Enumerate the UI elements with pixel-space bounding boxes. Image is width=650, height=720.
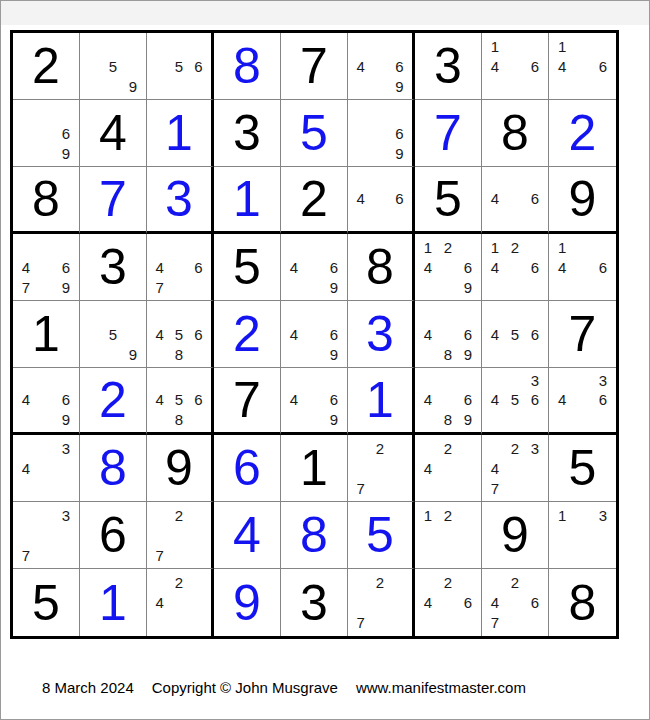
cell-r4c2[interactable]: 3: [80, 234, 147, 301]
candidate-digit: 7: [16, 277, 36, 297]
cell-r3c8[interactable]: 46: [482, 167, 549, 234]
candidates: 24: [147, 569, 211, 636]
cell-r9c8[interactable]: 2467: [482, 569, 549, 636]
candidate-digit: 2: [370, 438, 389, 458]
cell-r6c5[interactable]: 469: [281, 368, 348, 435]
given-digit: 3: [281, 569, 347, 636]
solved-digit: 8: [80, 435, 146, 501]
given-digit: 3: [415, 33, 481, 99]
cell-r7c4[interactable]: 6: [214, 435, 281, 502]
solved-digit: 1: [147, 100, 211, 166]
candidate-digit: 6: [324, 390, 344, 409]
given-digit: 5: [549, 435, 616, 501]
given-digit: 1: [281, 435, 347, 501]
solved-digit: 2: [80, 368, 146, 432]
cell-r1c1[interactable]: 2: [13, 33, 80, 100]
footer-website: www.manifestmaster.com: [356, 679, 526, 696]
candidates: 4568: [147, 368, 211, 432]
solved-digit: 7: [415, 100, 481, 166]
candidate-digit: 3: [593, 371, 613, 390]
candidates: 27: [348, 435, 412, 501]
cell-r8c5[interactable]: 8: [281, 502, 348, 569]
cell-r5c7[interactable]: 4689: [415, 301, 482, 368]
candidates: 469: [281, 301, 347, 367]
candidates: 24: [415, 435, 481, 501]
candidate-digit: 5: [103, 324, 123, 344]
candidates: 2467: [482, 569, 548, 636]
candidate-digit: 5: [169, 390, 188, 409]
candidate-digit: 7: [485, 613, 505, 633]
candidate-digit: 6: [324, 324, 344, 344]
candidate-digit: 2: [438, 438, 458, 458]
candidate-digit: 4: [485, 592, 505, 612]
solved-digit: 5: [281, 100, 347, 166]
candidate-digit: 1: [552, 36, 572, 56]
candidate-digit: 6: [189, 56, 208, 76]
candidate-digit: 5: [505, 324, 525, 344]
cell-r7c1[interactable]: 34: [13, 435, 80, 502]
given-digit: 9: [482, 502, 548, 568]
cell-r1c7[interactable]: 3: [415, 33, 482, 100]
cell-r6c2[interactable]: 2: [80, 368, 147, 435]
given-digit: 7: [214, 368, 280, 432]
candidate-digit: 8: [169, 344, 188, 364]
given-digit: 9: [147, 435, 211, 501]
cell-r5c9[interactable]: 7: [549, 301, 616, 368]
candidate-digit: 2: [169, 505, 188, 525]
candidates: 27: [147, 502, 211, 568]
candidate-digit: 1: [485, 237, 505, 257]
candidates: 346: [549, 368, 616, 432]
cell-r7c7[interactable]: 24: [415, 435, 482, 502]
candidate-digit: 4: [150, 592, 169, 612]
candidate-digit: 8: [438, 410, 458, 429]
candidate-digit: 4: [418, 592, 438, 612]
candidate-digit: 4: [485, 189, 505, 208]
candidate-digit: 2: [438, 237, 458, 257]
cell-r8c2[interactable]: 6: [80, 502, 147, 569]
candidate-digit: 4: [552, 56, 572, 76]
cell-r3c1[interactable]: 8: [13, 167, 80, 234]
candidate-digit: 5: [505, 390, 525, 409]
candidate-digit: 7: [351, 613, 370, 633]
cell-r3c3[interactable]: 3: [147, 167, 214, 234]
cell-r7c3[interactable]: 9: [147, 435, 214, 502]
candidate-digit: 6: [458, 324, 478, 344]
candidate-digit: 4: [351, 189, 370, 208]
candidate-digit: 4: [16, 390, 36, 409]
cell-r5c3[interactable]: 4568: [147, 301, 214, 368]
solved-digit: 3: [348, 301, 412, 367]
cell-r3c2[interactable]: 7: [80, 167, 147, 234]
cell-r4c9[interactable]: 146: [549, 234, 616, 301]
candidates: 59: [80, 33, 146, 99]
candidate-digit: 9: [458, 344, 478, 364]
cell-r4c8[interactable]: 1246: [482, 234, 549, 301]
candidate-digit: 8: [438, 344, 458, 364]
candidate-digit: 6: [390, 56, 409, 76]
solved-digit: 1: [348, 368, 412, 432]
candidates: 4689: [415, 368, 481, 432]
candidate-digit: 6: [56, 123, 76, 143]
candidate-digit: 6: [525, 324, 545, 344]
candidate-digit: 4: [284, 257, 304, 277]
cell-r5c2[interactable]: 59: [80, 301, 147, 368]
solved-digit: 1: [214, 167, 280, 231]
candidate-digit: 9: [390, 76, 409, 96]
cell-r1c8[interactable]: 146: [482, 33, 549, 100]
candidate-digit: 4: [284, 324, 304, 344]
candidates: 246: [415, 569, 481, 636]
candidate-digit: 7: [16, 545, 36, 565]
cell-r6c7[interactable]: 4689: [415, 368, 482, 435]
cell-r7c9[interactable]: 5: [549, 435, 616, 502]
candidate-digit: 1: [418, 505, 438, 525]
candidate-digit: 9: [56, 277, 76, 297]
candidate-digit: 6: [525, 257, 545, 277]
candidates: 12: [415, 502, 481, 568]
solved-digit: 9: [214, 569, 280, 636]
candidate-digit: 4: [418, 324, 438, 344]
cell-r3c6[interactable]: 46: [348, 167, 415, 234]
candidate-digit: 6: [525, 56, 545, 76]
given-digit: 4: [80, 100, 146, 166]
cell-r6c9[interactable]: 346: [549, 368, 616, 435]
cell-r6c1[interactable]: 469: [13, 368, 80, 435]
cell-r1c6[interactable]: 469: [348, 33, 415, 100]
footer-copyright: Copyright © John Musgrave: [152, 679, 338, 696]
candidate-digit: 6: [458, 390, 478, 409]
cell-r2c9[interactable]: 2: [549, 100, 616, 167]
candidates: 4679: [13, 234, 79, 300]
candidate-digit: 9: [390, 143, 409, 163]
candidate-digit: 4: [485, 458, 505, 478]
candidate-digit: 6: [390, 189, 409, 208]
cell-r6c6[interactable]: 1: [348, 368, 415, 435]
candidates: 27: [348, 569, 412, 636]
candidate-digit: 2: [505, 572, 525, 592]
candidate-digit: 1: [552, 505, 572, 525]
cell-r4c5[interactable]: 469: [281, 234, 348, 301]
cell-r2c7[interactable]: 7: [415, 100, 482, 167]
candidate-digit: 1: [552, 237, 572, 257]
cell-r1c3[interactable]: 56: [147, 33, 214, 100]
cell-r5c5[interactable]: 469: [281, 301, 348, 368]
candidate-digit: 6: [458, 592, 478, 612]
candidate-digit: 5: [169, 56, 188, 76]
candidate-digit: 1: [485, 36, 505, 56]
candidate-digit: 6: [593, 56, 613, 76]
cell-r3c9[interactable]: 9: [549, 167, 616, 234]
cell-r9c4[interactable]: 9: [214, 569, 281, 636]
candidates: 69: [13, 100, 79, 166]
given-digit: 1: [13, 301, 79, 367]
candidate-digit: 6: [390, 123, 409, 143]
candidates: 467: [147, 234, 211, 300]
candidate-digit: 1: [418, 237, 438, 257]
candidates: 56: [147, 33, 211, 99]
candidates: 34: [13, 435, 79, 501]
candidate-digit: 2: [505, 438, 525, 458]
cell-r3c5[interactable]: 2: [281, 167, 348, 234]
candidate-digit: 6: [189, 257, 208, 277]
cell-r1c2[interactable]: 59: [80, 33, 147, 100]
cell-r2c4[interactable]: 3: [214, 100, 281, 167]
cell-r9c2[interactable]: 1: [80, 569, 147, 636]
cell-r5c6[interactable]: 3: [348, 301, 415, 368]
candidate-digit: 9: [458, 410, 478, 429]
cell-r4c1[interactable]: 4679: [13, 234, 80, 301]
candidate-digit: 7: [150, 545, 169, 565]
cell-r9c6[interactable]: 27: [348, 569, 415, 636]
candidate-digit: 9: [458, 277, 478, 297]
candidate-digit: 7: [485, 478, 505, 498]
top-strip: [1, 1, 649, 25]
candidate-digit: 2: [169, 572, 188, 592]
candidate-digit: 4: [16, 458, 36, 478]
candidates: 46: [348, 167, 412, 231]
given-digit: 8: [482, 100, 548, 166]
solved-digit: 6: [214, 435, 280, 501]
cell-r1c5[interactable]: 7: [281, 33, 348, 100]
cell-r5c8[interactable]: 456: [482, 301, 549, 368]
cell-r2c6[interactable]: 69: [348, 100, 415, 167]
cell-r9c9[interactable]: 8: [549, 569, 616, 636]
cell-r4c7[interactable]: 12469: [415, 234, 482, 301]
cell-r8c9[interactable]: 13: [549, 502, 616, 569]
candidates: 469: [348, 33, 412, 99]
cell-r7c2[interactable]: 8: [80, 435, 147, 502]
candidate-digit: 4: [485, 56, 505, 76]
candidates: 146: [549, 33, 616, 99]
candidate-digit: 6: [189, 390, 208, 409]
cell-r6c8[interactable]: 3456: [482, 368, 549, 435]
candidate-digit: 9: [324, 344, 344, 364]
candidate-digit: 8: [169, 410, 188, 429]
cell-r4c3[interactable]: 467: [147, 234, 214, 301]
given-digit: 5: [13, 569, 79, 636]
candidates: 1246: [482, 234, 548, 300]
candidate-digit: 6: [189, 324, 208, 344]
cell-r7c5[interactable]: 1: [281, 435, 348, 502]
candidate-digit: 4: [418, 390, 438, 409]
candidate-digit: 2: [370, 572, 389, 592]
given-digit: 7: [549, 301, 616, 367]
cell-r8c8[interactable]: 9: [482, 502, 549, 569]
cell-r1c9[interactable]: 146: [549, 33, 616, 100]
solved-digit: 2: [214, 301, 280, 367]
cell-r9c5[interactable]: 3: [281, 569, 348, 636]
given-digit: 3: [214, 100, 280, 166]
cell-r1c4[interactable]: 8: [214, 33, 281, 100]
cell-r9c7[interactable]: 246: [415, 569, 482, 636]
given-digit: 2: [281, 167, 347, 231]
candidate-digit: 4: [552, 257, 572, 277]
cell-r4c6[interactable]: 8: [348, 234, 415, 301]
candidate-digit: 4: [418, 458, 438, 478]
solved-digit: 7: [80, 167, 146, 231]
candidate-digit: 9: [123, 76, 143, 96]
candidate-digit: 5: [103, 56, 123, 76]
candidate-digit: 3: [56, 505, 76, 525]
candidates: 146: [549, 234, 616, 300]
candidates: 12469: [415, 234, 481, 300]
candidate-digit: 9: [56, 410, 76, 429]
candidate-digit: 3: [525, 371, 545, 390]
candidate-digit: 2: [438, 505, 458, 525]
candidates: 59: [80, 301, 146, 367]
candidate-digit: 9: [56, 143, 76, 163]
candidate-digit: 6: [56, 390, 76, 409]
candidate-digit: 4: [485, 390, 505, 409]
candidates: 4689: [415, 301, 481, 367]
cell-r8c1[interactable]: 37: [13, 502, 80, 569]
solved-digit: 2: [549, 100, 616, 166]
footer: 8 March 2024 Copyright © John Musgrave w…: [42, 676, 640, 698]
candidates: 146: [482, 33, 548, 99]
cell-r2c5[interactable]: 5: [281, 100, 348, 167]
cell-r9c1[interactable]: 5: [13, 569, 80, 636]
cell-r8c7[interactable]: 12: [415, 502, 482, 569]
candidates: 469: [281, 368, 347, 432]
candidates: 3456: [482, 368, 548, 432]
solved-digit: 1: [80, 569, 146, 636]
cell-r2c3[interactable]: 1: [147, 100, 214, 167]
solved-digit: 4: [214, 502, 280, 568]
given-digit: 8: [549, 569, 616, 636]
candidate-digit: 4: [16, 257, 36, 277]
candidate-digit: 4: [485, 324, 505, 344]
candidate-digit: 4: [351, 56, 370, 76]
given-digit: 8: [348, 234, 412, 300]
candidate-digit: 6: [458, 257, 478, 277]
cell-r5c4[interactable]: 2: [214, 301, 281, 368]
candidates: 2347: [482, 435, 548, 501]
cell-r8c3[interactable]: 27: [147, 502, 214, 569]
candidate-digit: 4: [284, 390, 304, 409]
candidate-digit: 2: [505, 237, 525, 257]
candidates: 469: [281, 234, 347, 300]
candidates: 469: [13, 368, 79, 432]
candidate-digit: 7: [351, 478, 370, 498]
candidates: 13: [549, 502, 616, 568]
candidate-digit: 9: [324, 410, 344, 429]
given-digit: 6: [80, 502, 146, 568]
cell-r2c2[interactable]: 4: [80, 100, 147, 167]
candidate-digit: 6: [525, 189, 545, 208]
candidate-digit: 3: [593, 505, 613, 525]
candidate-digit: 4: [418, 257, 438, 277]
given-digit: 8: [13, 167, 79, 231]
candidate-digit: 9: [123, 344, 143, 364]
candidates: 69: [348, 100, 412, 166]
candidate-digit: 4: [150, 257, 169, 277]
cell-r9c3[interactable]: 24: [147, 569, 214, 636]
solved-digit: 8: [214, 33, 280, 99]
cell-r3c7[interactable]: 5: [415, 167, 482, 234]
cell-r8c4[interactable]: 4: [214, 502, 281, 569]
given-digit: 3: [80, 234, 146, 300]
candidate-digit: 3: [56, 438, 76, 458]
cell-r7c8[interactable]: 2347: [482, 435, 549, 502]
solved-digit: 3: [147, 167, 211, 231]
cell-r2c8[interactable]: 8: [482, 100, 549, 167]
candidates: 46: [482, 167, 548, 231]
candidate-digit: 5: [169, 324, 188, 344]
candidate-digit: 9: [324, 277, 344, 297]
candidates: 4568: [147, 301, 211, 367]
candidate-digit: 4: [150, 390, 169, 409]
solved-digit: 8: [281, 502, 347, 568]
candidate-digit: 6: [525, 390, 545, 409]
candidate-digit: 6: [324, 257, 344, 277]
candidate-digit: 6: [56, 257, 76, 277]
candidates: 37: [13, 502, 79, 568]
given-digit: 5: [415, 167, 481, 231]
sudoku-board: 2595687469314614669413569782873124654694…: [10, 30, 619, 639]
candidate-digit: 6: [593, 257, 613, 277]
footer-date: 8 March 2024: [42, 679, 134, 696]
candidate-digit: 6: [593, 390, 613, 409]
cell-r2c1[interactable]: 69: [13, 100, 80, 167]
cell-r8c6[interactable]: 5: [348, 502, 415, 569]
cell-r6c4[interactable]: 7: [214, 368, 281, 435]
cell-r7c6[interactable]: 27: [348, 435, 415, 502]
given-digit: 5: [214, 234, 280, 300]
cell-r3c4[interactable]: 1: [214, 167, 281, 234]
candidate-digit: 4: [552, 390, 572, 409]
candidate-digit: 4: [150, 324, 169, 344]
solved-digit: 5: [348, 502, 412, 568]
candidate-digit: 3: [525, 438, 545, 458]
given-digit: 2: [13, 33, 79, 99]
cell-r6c3[interactable]: 4568: [147, 368, 214, 435]
candidate-digit: 6: [525, 592, 545, 612]
given-digit: 9: [549, 167, 616, 231]
cell-r4c4[interactable]: 5: [214, 234, 281, 301]
candidates: 456: [482, 301, 548, 367]
candidate-digit: 2: [438, 572, 458, 592]
candidate-digit: 7: [150, 277, 169, 297]
cell-r5c1[interactable]: 1: [13, 301, 80, 368]
given-digit: 7: [281, 33, 347, 99]
candidate-digit: 4: [485, 257, 505, 277]
